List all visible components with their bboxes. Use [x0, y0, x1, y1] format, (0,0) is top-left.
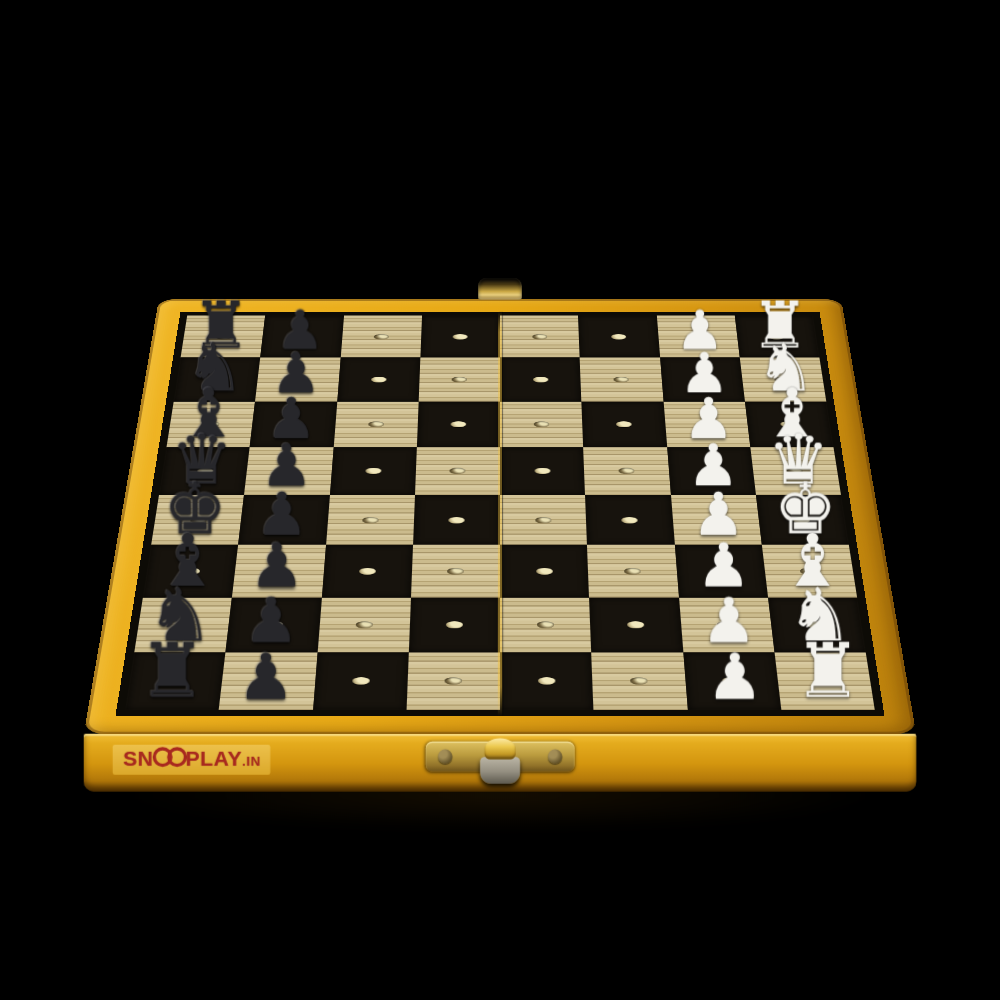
peg-hole	[446, 621, 463, 628]
square-2-5[interactable]	[582, 401, 667, 447]
box-front-edge: SNPLAY.IN	[84, 734, 916, 792]
peg-hole	[613, 377, 628, 383]
peg-hole	[451, 421, 467, 427]
square-4-3[interactable]	[413, 495, 500, 545]
square-1-5[interactable]	[580, 358, 663, 402]
peg-hole	[533, 377, 548, 383]
square-7-3[interactable]	[406, 652, 500, 710]
peg-hole	[627, 621, 644, 628]
square-2-2[interactable]	[333, 401, 418, 447]
peg-hole	[452, 377, 467, 383]
square-5-5[interactable]	[587, 545, 678, 597]
peg-hole	[448, 568, 465, 575]
piece-bP[interactable]: ♟	[219, 647, 313, 707]
square-3-3[interactable]	[415, 447, 500, 495]
square-6-3[interactable]	[409, 597, 500, 652]
peg-hole	[535, 517, 551, 523]
square-3-4[interactable]	[500, 447, 585, 495]
peg-hole	[537, 621, 554, 628]
chess-board: ♜♟♟♜♞♟♟♞♝♟♟♝♛♟♟♛♚♟♟♚♝♟♟♝♞♟♟♞♜♟♟♜ SNPLAY.…	[84, 299, 916, 733]
square-2-3[interactable]	[417, 401, 500, 447]
latch-rivet-icon	[548, 749, 562, 763]
peg-hole	[365, 468, 381, 474]
square-0-4[interactable]	[500, 316, 580, 358]
peg-hole	[630, 677, 648, 684]
peg-hole	[624, 568, 641, 575]
peg-hole	[536, 568, 553, 575]
photo-stage: ♜♟♟♜♞♟♟♞♝♟♟♝♛♟♟♛♚♟♟♚♝♟♟♝♞♟♟♞♜♟♟♜ SNPLAY.…	[0, 0, 1000, 1000]
peg-hole	[538, 677, 556, 684]
square-0-5[interactable]	[578, 316, 660, 358]
square-4-5[interactable]	[585, 495, 674, 545]
latch-clasp-icon	[484, 738, 515, 759]
peg-hole	[449, 517, 465, 523]
brand-logo: SNPLAY.IN	[113, 745, 271, 775]
peg-hole	[616, 421, 632, 427]
square-7-2[interactable]	[313, 652, 409, 710]
square-7-4[interactable]	[500, 652, 594, 710]
peg-hole	[611, 334, 626, 339]
brand-suffix: PLAY	[185, 747, 242, 770]
square-3-2[interactable]	[330, 447, 417, 495]
peg-hole	[450, 468, 466, 474]
peg-hole	[618, 468, 634, 474]
square-1-3[interactable]	[418, 358, 500, 402]
square-7-5[interactable]	[591, 652, 687, 710]
square-0-3[interactable]	[420, 316, 500, 358]
peg-hole	[374, 334, 389, 339]
square-1-4[interactable]	[500, 358, 582, 402]
fold-seam	[498, 312, 502, 716]
peg-hole	[362, 517, 379, 523]
square-2-4[interactable]	[500, 401, 583, 447]
square-1-2[interactable]	[337, 358, 420, 402]
square-6-5[interactable]	[589, 597, 683, 652]
square-6-2[interactable]	[317, 597, 411, 652]
square-5-2[interactable]	[321, 545, 412, 597]
peg-hole	[445, 677, 463, 684]
brand-tld: .IN	[242, 754, 261, 770]
latch-icon	[426, 742, 575, 772]
glasses-icon	[167, 747, 187, 767]
peg-hole	[533, 421, 549, 427]
latch-tongue-icon	[480, 757, 520, 784]
square-6-4[interactable]	[500, 597, 591, 652]
scene: ♜♟♟♜♞♟♟♞♝♟♟♝♛♟♟♛♚♟♟♚♝♟♟♝♞♟♟♞♜♟♟♜ SNPLAY.…	[0, 0, 1000, 1000]
hinge-icon	[478, 278, 522, 300]
latch-rivet-icon	[438, 749, 452, 763]
square-7-0[interactable]: ♜	[125, 652, 225, 710]
square-7-1[interactable]: ♟	[219, 652, 317, 710]
piece-wP[interactable]: ♟	[687, 647, 781, 707]
peg-hole	[534, 468, 550, 474]
brand-prefix: SN	[123, 747, 153, 770]
square-4-4[interactable]	[500, 495, 587, 545]
square-5-3[interactable]	[411, 545, 500, 597]
square-0-2[interactable]	[340, 316, 422, 358]
piece-bR[interactable]: ♜	[126, 636, 220, 708]
square-4-2[interactable]	[326, 495, 415, 545]
peg-hole	[371, 377, 386, 383]
peg-hole	[621, 517, 638, 523]
peg-hole	[359, 568, 376, 575]
square-5-4[interactable]	[500, 545, 589, 597]
peg-hole	[453, 334, 468, 339]
square-7-7[interactable]: ♜	[774, 652, 874, 710]
square-7-6[interactable]: ♟	[683, 652, 781, 710]
peg-hole	[532, 334, 547, 339]
peg-hole	[356, 621, 373, 628]
piece-wR[interactable]: ♜	[781, 636, 875, 708]
square-3-5[interactable]	[583, 447, 670, 495]
peg-hole	[368, 421, 384, 427]
peg-hole	[352, 677, 370, 684]
